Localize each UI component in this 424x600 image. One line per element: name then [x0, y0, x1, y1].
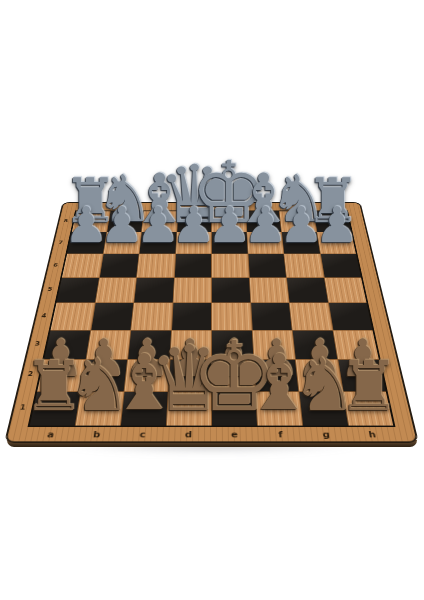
- piece-white-rook-h1[interactable]: ♜: [338, 352, 400, 421]
- piece-layer: ♜♞♝♛♚♝♞♜♟♟♟♟♟♟♟♟♟♟♟♟♟♟♟♟♜♞♝♛♚♝♞♜: [0, 0, 424, 600]
- piece-black-pawn-h7[interactable]: ♟: [315, 201, 359, 250]
- photo-background: 87654321 abcdefgh ♜♞♝♛♚♝♞♜♟♟♟♟♟♟♟♟♟♟♟♟♟♟…: [0, 0, 424, 600]
